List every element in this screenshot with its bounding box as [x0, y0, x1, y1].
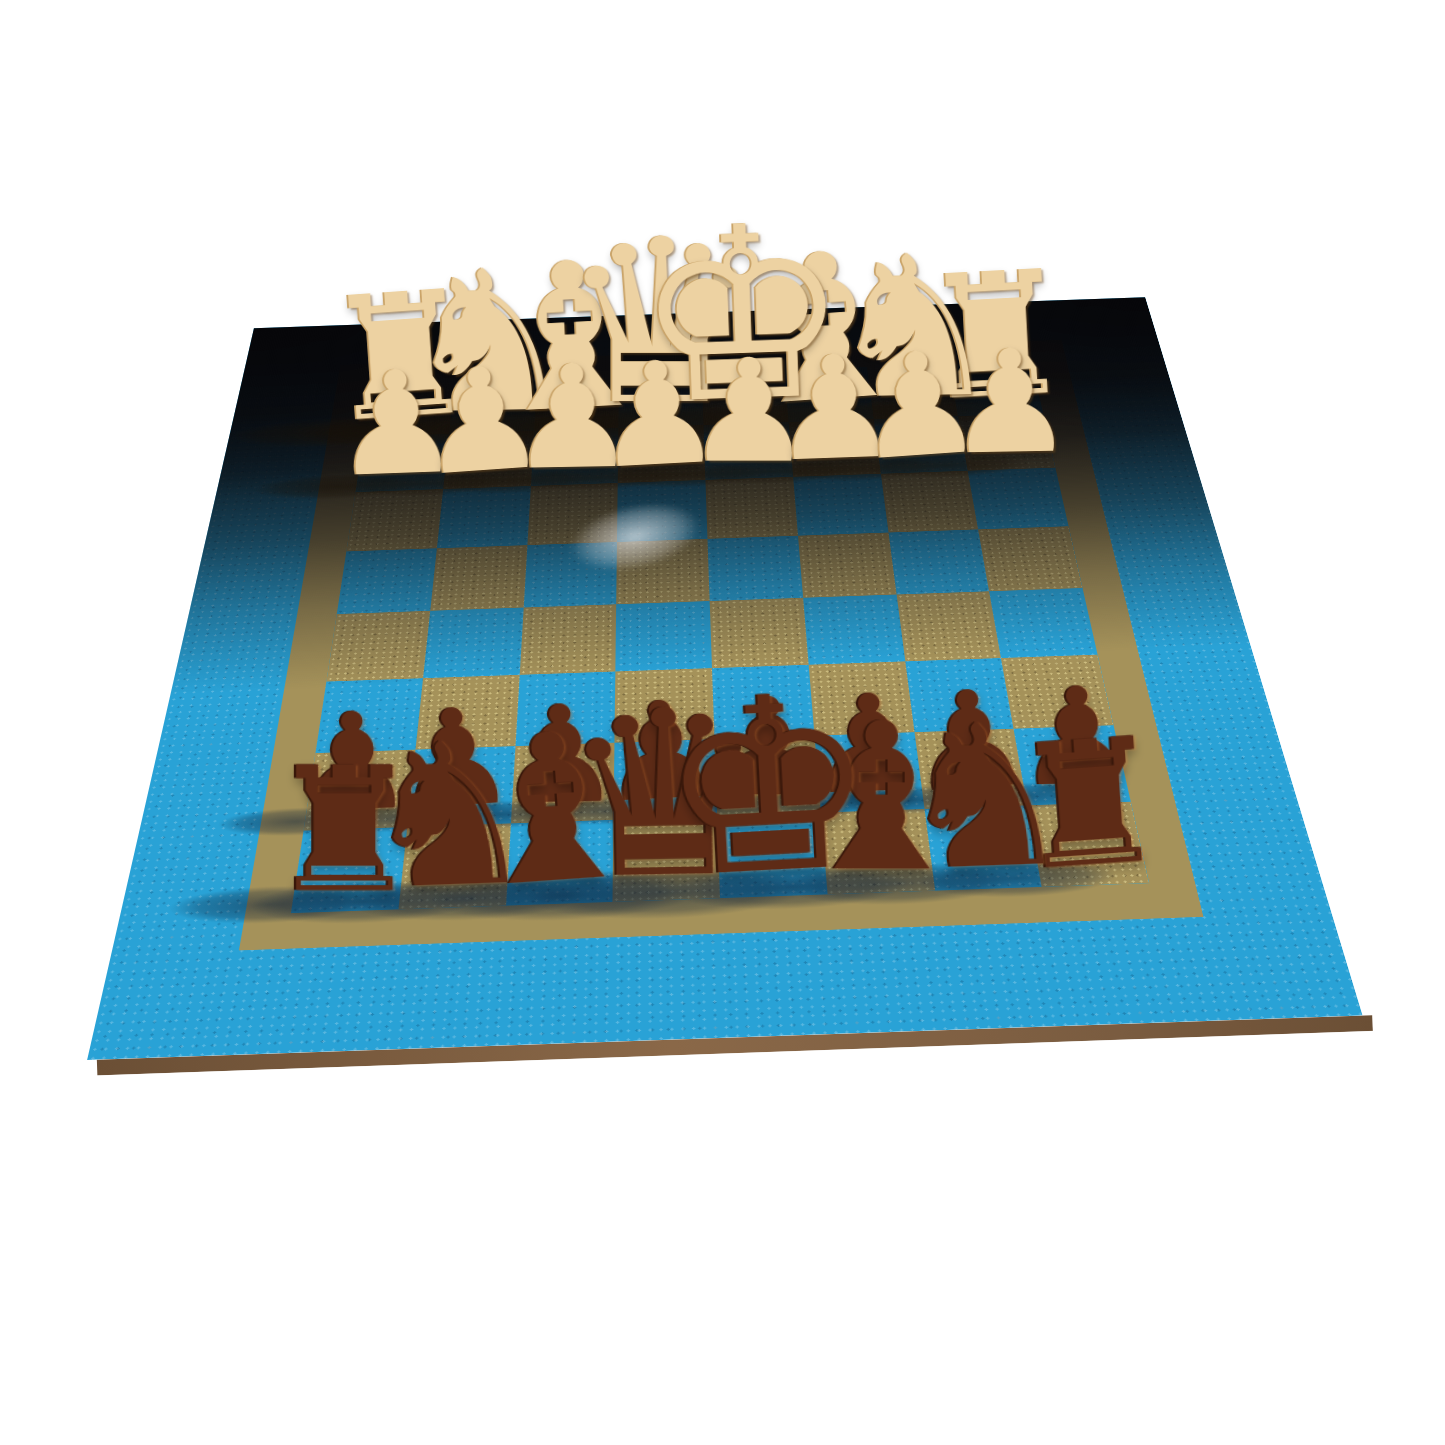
pieces-layer: ♜♞♝♛♚♝♞♜♟♟♟♟♟♟♟♟♟♟♟♟♟♟♟♟♜♞♝♛♚♝♞♜	[87, 297, 1363, 1060]
chess-photo-scene: ♜♞♝♛♚♝♞♜♟♟♟♟♟♟♟♟♟♟♟♟♟♟♟♟♜♞♝♛♚♝♞♜	[0, 0, 1445, 1445]
chess-board: ♜♞♝♛♚♝♞♜♟♟♟♟♟♟♟♟♟♟♟♟♟♟♟♟♜♞♝♛♚♝♞♜	[87, 297, 1363, 1060]
board-tilt-wrapper: ♜♞♝♛♚♝♞♜♟♟♟♟♟♟♟♟♟♟♟♟♟♟♟♟♜♞♝♛♚♝♞♜	[167, 68, 1253, 1154]
piece-black-king-e8[interactable]: ♚	[654, 667, 882, 907]
piece-white-pawn-h2[interactable]: ♟	[946, 333, 1076, 471]
